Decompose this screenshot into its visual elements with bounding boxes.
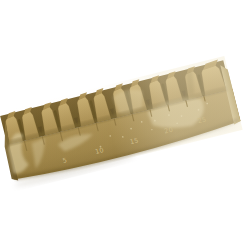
- product-image: 5 10 15 20 25: [0, 0, 250, 250]
- chew-bar: 5 10 15 20 25: [0, 56, 243, 190]
- chew-bar-photo: 5 10 15 20 25: [0, 0, 250, 250]
